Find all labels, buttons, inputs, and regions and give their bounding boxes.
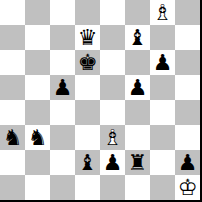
square-a8[interactable] [0, 0, 25, 25]
square-f4[interactable] [125, 100, 150, 125]
black-pawn-glyph: ♟ [175, 150, 200, 175]
square-a1[interactable] [0, 175, 25, 200]
square-g3[interactable] [150, 125, 175, 150]
square-c1[interactable] [50, 175, 75, 200]
square-a7[interactable] [0, 25, 25, 50]
square-a5[interactable] [0, 75, 25, 100]
square-c4[interactable] [50, 100, 75, 125]
black-king: ♚ [75, 50, 100, 75]
white-king-outline: ♔ [175, 175, 200, 200]
square-d6[interactable]: ♚ [75, 50, 100, 75]
black-rook: ♜ [125, 150, 150, 175]
square-d3[interactable] [75, 125, 100, 150]
black-pawn: ♟ [175, 150, 200, 175]
black-bishop: ♝ [125, 25, 150, 50]
square-b4[interactable] [25, 100, 50, 125]
black-rook-glyph: ♜ [125, 150, 150, 175]
square-d8[interactable] [75, 0, 100, 25]
square-a6[interactable] [0, 50, 25, 75]
square-e5[interactable] [100, 75, 125, 100]
square-d1[interactable] [75, 175, 100, 200]
square-g8[interactable]: ♝♗ [150, 0, 175, 25]
white-bishop-outline: ♗ [100, 125, 125, 150]
square-e4[interactable] [100, 100, 125, 125]
black-king-glyph: ♚ [75, 50, 100, 75]
square-d4[interactable] [75, 100, 100, 125]
white-bishop-outline: ♗ [150, 0, 175, 25]
square-e6[interactable] [100, 50, 125, 75]
square-c2[interactable] [50, 150, 75, 175]
square-h1[interactable]: ♚♔ [175, 175, 200, 200]
black-queen: ♛ [75, 25, 100, 50]
black-pawn-glyph: ♟ [100, 150, 125, 175]
square-f1[interactable] [125, 175, 150, 200]
square-d5[interactable] [75, 75, 100, 100]
square-b6[interactable] [25, 50, 50, 75]
square-a2[interactable] [0, 150, 25, 175]
square-f6[interactable] [125, 50, 150, 75]
square-e3[interactable]: ♝♗ [100, 125, 125, 150]
square-f8[interactable] [125, 0, 150, 25]
square-b1[interactable] [25, 175, 50, 200]
square-e8[interactable] [100, 0, 125, 25]
square-g2[interactable] [150, 150, 175, 175]
square-h3[interactable] [175, 125, 200, 150]
square-d2[interactable]: ♝ [75, 150, 100, 175]
white-bishop: ♝♗ [100, 125, 125, 150]
square-h5[interactable] [175, 75, 200, 100]
square-b2[interactable] [25, 150, 50, 175]
black-pawn-glyph: ♟ [150, 50, 175, 75]
square-h6[interactable] [175, 50, 200, 75]
black-pawn: ♟ [100, 150, 125, 175]
chess-board: ♝♗♛♝♚♟♟♟♞♞♝♗♝♟♜♟♚♔ [0, 0, 202, 202]
square-f3[interactable] [125, 125, 150, 150]
square-b8[interactable] [25, 0, 50, 25]
square-b3[interactable]: ♞ [25, 125, 50, 150]
black-pawn: ♟ [50, 75, 75, 100]
square-c6[interactable] [50, 50, 75, 75]
square-e1[interactable] [100, 175, 125, 200]
black-pawn: ♟ [150, 50, 175, 75]
square-h4[interactable] [175, 100, 200, 125]
square-c3[interactable] [50, 125, 75, 150]
square-d7[interactable]: ♛ [75, 25, 100, 50]
black-knight-glyph: ♞ [25, 125, 50, 150]
square-f7[interactable]: ♝ [125, 25, 150, 50]
square-g6[interactable]: ♟ [150, 50, 175, 75]
square-f2[interactable]: ♜ [125, 150, 150, 175]
square-b5[interactable] [25, 75, 50, 100]
black-pawn-glyph: ♟ [125, 75, 150, 100]
square-f5[interactable]: ♟ [125, 75, 150, 100]
black-knight-glyph: ♞ [0, 125, 25, 150]
square-e2[interactable]: ♟ [100, 150, 125, 175]
square-c7[interactable] [50, 25, 75, 50]
square-h8[interactable] [175, 0, 200, 25]
square-a3[interactable]: ♞ [0, 125, 25, 150]
black-bishop-glyph: ♝ [125, 25, 150, 50]
square-g1[interactable] [150, 175, 175, 200]
black-knight: ♞ [0, 125, 25, 150]
black-bishop-glyph: ♝ [75, 150, 100, 175]
square-b7[interactable] [25, 25, 50, 50]
square-g7[interactable] [150, 25, 175, 50]
square-h7[interactable] [175, 25, 200, 50]
black-pawn-glyph: ♟ [50, 75, 75, 100]
black-bishop: ♝ [75, 150, 100, 175]
square-g4[interactable] [150, 100, 175, 125]
square-g5[interactable] [150, 75, 175, 100]
black-queen-glyph: ♛ [75, 25, 100, 50]
square-c5[interactable]: ♟ [50, 75, 75, 100]
square-c8[interactable] [50, 0, 75, 25]
white-king: ♚♔ [175, 175, 200, 200]
white-bishop: ♝♗ [150, 0, 175, 25]
square-h2[interactable]: ♟ [175, 150, 200, 175]
square-a4[interactable] [0, 100, 25, 125]
black-pawn: ♟ [125, 75, 150, 100]
square-e7[interactable] [100, 25, 125, 50]
black-knight: ♞ [25, 125, 50, 150]
